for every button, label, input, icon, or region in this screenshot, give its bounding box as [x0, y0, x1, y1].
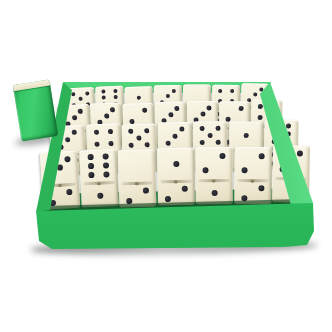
domino-tile: [157, 148, 195, 206]
pip: [93, 142, 98, 147]
pip: [88, 163, 94, 169]
pip: [179, 127, 184, 132]
tile-half: [80, 184, 118, 208]
pip: [102, 96, 106, 100]
tile-half: [157, 148, 195, 181]
pip: [199, 140, 204, 145]
pip: [65, 137, 70, 142]
pip: [168, 112, 173, 117]
pip: [203, 168, 209, 174]
domino-box: [0, 0, 332, 332]
pip: [257, 104, 262, 109]
pip: [165, 196, 171, 202]
pip: [142, 108, 147, 113]
pip: [103, 172, 109, 178]
tile-half: [79, 149, 117, 183]
pip: [216, 126, 221, 131]
pip: [208, 133, 213, 138]
pip: [241, 195, 247, 201]
tile-half: [195, 147, 232, 180]
pip: [110, 107, 115, 112]
pip: [79, 97, 83, 101]
pip: [102, 89, 106, 93]
pip: [93, 129, 98, 134]
pip: [145, 142, 150, 147]
pip: [230, 89, 234, 93]
pip: [216, 140, 221, 145]
pip: [219, 153, 225, 159]
tile-half: [193, 121, 227, 149]
pip: [165, 140, 170, 145]
pip: [200, 111, 205, 116]
pip: [207, 105, 212, 110]
pip: [64, 156, 70, 162]
tile-half: [118, 149, 156, 183]
pip: [66, 189, 72, 195]
pip: [96, 192, 102, 198]
pip: [258, 185, 264, 191]
pip: [78, 108, 83, 113]
pip: [166, 94, 170, 98]
pip: [128, 142, 133, 147]
pip: [128, 129, 133, 134]
pip: [211, 190, 217, 196]
pip: [85, 91, 89, 95]
pip: [108, 129, 113, 134]
domino-box-photo: [0, 0, 332, 332]
pip: [71, 115, 76, 120]
pip: [258, 153, 264, 159]
pip: [286, 124, 291, 129]
domino-tile: [195, 147, 232, 204]
pip: [102, 153, 108, 159]
tile-half: [234, 147, 271, 180]
pip: [172, 89, 176, 93]
pip: [136, 135, 141, 140]
pip: [88, 172, 94, 178]
pip: [241, 168, 247, 174]
pip: [172, 161, 178, 167]
domino-tile: [234, 147, 271, 204]
pip: [253, 93, 257, 97]
tile-half: [157, 122, 191, 151]
pip: [71, 92, 75, 96]
pip: [243, 133, 248, 138]
pip: [102, 163, 108, 169]
pip: [104, 113, 109, 118]
domino-tile: [79, 149, 118, 208]
tile-half: [196, 182, 233, 204]
pip: [181, 186, 187, 192]
pip: [239, 106, 244, 111]
tile-half: [157, 182, 194, 205]
pip: [113, 89, 117, 93]
pip: [175, 106, 180, 111]
pip: [144, 128, 149, 133]
pip: [113, 95, 117, 99]
pip: [87, 154, 93, 160]
pip: [127, 198, 133, 204]
pip: [296, 151, 302, 157]
pip: [137, 96, 141, 100]
domino-tile: [118, 149, 157, 207]
pip: [108, 141, 113, 146]
pip: [218, 89, 222, 93]
pip: [72, 130, 77, 135]
pip: [143, 187, 149, 193]
pip: [172, 134, 177, 139]
pip: [199, 126, 204, 131]
